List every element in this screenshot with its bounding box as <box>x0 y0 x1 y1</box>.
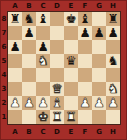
piece-white-bishop: ♝ <box>51 96 62 110</box>
square-a5[interactable] <box>8 54 22 68</box>
square-f7[interactable]: ♟ <box>78 26 92 40</box>
file-label-b: B <box>22 0 36 12</box>
square-c5[interactable]: ♞ <box>36 54 50 68</box>
rank-label-3: 3 <box>0 82 8 96</box>
piece-white-pawn: ♟ <box>9 96 20 110</box>
square-a7[interactable] <box>8 26 22 40</box>
square-d8[interactable] <box>50 12 64 26</box>
square-e1[interactable]: ♜ <box>64 110 78 124</box>
square-a1[interactable] <box>8 110 22 124</box>
piece-black-pawn: ♟ <box>93 26 104 40</box>
file-labels-bottom: ABCDEFGH <box>8 126 120 138</box>
square-a2[interactable]: ♟ <box>8 96 22 110</box>
square-d1[interactable]: ♜ <box>50 110 64 124</box>
piece-black-pawn: ♟ <box>23 26 34 40</box>
square-b6[interactable] <box>22 40 36 54</box>
square-e5[interactable]: ♛ <box>64 54 78 68</box>
file-label-c: C <box>36 0 50 12</box>
square-f8[interactable]: ♝ <box>78 12 92 26</box>
file-label-e: E <box>64 126 78 138</box>
piece-black-queen: ♛ <box>65 54 76 68</box>
square-b5[interactable] <box>22 54 36 68</box>
square-d6[interactable] <box>50 40 64 54</box>
square-b4[interactable] <box>22 68 36 82</box>
rank-label-6: 6 <box>0 40 8 54</box>
rank-label-5: 5 <box>0 54 8 68</box>
rank-label-2: 2 <box>0 96 8 110</box>
piece-black-pawn: ♟ <box>79 26 90 40</box>
square-f1[interactable] <box>78 110 92 124</box>
file-label-g: G <box>92 126 106 138</box>
file-label-d: D <box>50 126 64 138</box>
square-a8[interactable]: ♜ <box>8 12 22 26</box>
square-h4[interactable] <box>106 68 120 82</box>
piece-white-pawn: ♟ <box>93 96 104 110</box>
chess-board-frame: ABCDEFGH 87654321 ♜♞♝♚♝♜♟♟♟♟♟♟♞♛♞♛♞♟♟♟♝♟… <box>0 0 127 140</box>
square-c3[interactable] <box>36 82 50 96</box>
file-label-b: B <box>22 126 36 138</box>
piece-white-knight: ♞ <box>37 54 48 68</box>
piece-black-knight: ♞ <box>107 54 118 68</box>
piece-black-pawn: ♟ <box>37 40 48 54</box>
piece-white-pawn: ♟ <box>37 96 48 110</box>
square-c8[interactable]: ♝ <box>36 12 50 26</box>
file-label-f: F <box>78 0 92 12</box>
square-b3[interactable] <box>22 82 36 96</box>
piece-black-rook: ♜ <box>107 12 118 26</box>
square-b7[interactable]: ♟ <box>22 26 36 40</box>
square-h7[interactable]: ♟ <box>106 26 120 40</box>
square-a3[interactable] <box>8 82 22 96</box>
piece-white-pawn: ♟ <box>107 96 118 110</box>
piece-white-king: ♚ <box>37 110 48 124</box>
file-label-h: H <box>106 0 120 12</box>
square-b1[interactable] <box>22 110 36 124</box>
piece-white-pawn: ♟ <box>23 96 34 110</box>
piece-white-queen: ♛ <box>51 82 62 96</box>
square-h3[interactable]: ♞ <box>106 82 120 96</box>
square-g7[interactable]: ♟ <box>92 26 106 40</box>
square-f6[interactable] <box>78 40 92 54</box>
square-h2[interactable]: ♟ <box>106 96 120 110</box>
square-f2[interactable]: ♟ <box>78 96 92 110</box>
square-h6[interactable] <box>106 40 120 54</box>
square-a4[interactable] <box>8 68 22 82</box>
square-f3[interactable] <box>78 82 92 96</box>
square-d7[interactable] <box>50 26 64 40</box>
piece-black-bishop: ♝ <box>79 12 90 26</box>
square-d4[interactable] <box>50 68 64 82</box>
piece-black-pawn: ♟ <box>9 40 20 54</box>
file-label-a: A <box>8 126 22 138</box>
square-g4[interactable] <box>92 68 106 82</box>
square-e3[interactable] <box>64 82 78 96</box>
square-d3[interactable]: ♛ <box>50 82 64 96</box>
piece-black-pawn: ♟ <box>107 26 118 40</box>
file-label-h: H <box>106 126 120 138</box>
square-g8[interactable] <box>92 12 106 26</box>
square-c6[interactable]: ♟ <box>36 40 50 54</box>
square-e2[interactable] <box>64 96 78 110</box>
rank-label-4: 4 <box>0 68 8 82</box>
chess-board: ♜♞♝♚♝♜♟♟♟♟♟♟♞♛♞♛♞♟♟♟♝♟♟♟♚♜♜ <box>8 12 120 124</box>
square-d2[interactable]: ♝ <box>50 96 64 110</box>
square-c1[interactable]: ♚ <box>36 110 50 124</box>
rank-label-1: 1 <box>0 110 8 124</box>
square-g6[interactable] <box>92 40 106 54</box>
file-labels-top: ABCDEFGH <box>8 0 120 12</box>
file-label-c: C <box>36 126 50 138</box>
square-h1[interactable] <box>106 110 120 124</box>
piece-black-rook: ♜ <box>9 12 20 26</box>
square-e8[interactable]: ♚ <box>64 12 78 26</box>
square-d5[interactable] <box>50 54 64 68</box>
file-label-g: G <box>92 0 106 12</box>
rank-label-8: 8 <box>0 12 8 26</box>
piece-white-knight: ♞ <box>107 82 118 96</box>
piece-black-knight: ♞ <box>23 12 34 26</box>
file-label-f: F <box>78 126 92 138</box>
piece-black-king: ♚ <box>65 12 76 26</box>
square-g1[interactable] <box>92 110 106 124</box>
square-c7[interactable] <box>36 26 50 40</box>
square-a6[interactable]: ♟ <box>8 40 22 54</box>
square-g3[interactable] <box>92 82 106 96</box>
square-h5[interactable]: ♞ <box>106 54 120 68</box>
rank-label-7: 7 <box>0 26 8 40</box>
piece-black-bishop: ♝ <box>37 12 48 26</box>
piece-white-pawn: ♟ <box>79 96 90 110</box>
rank-labels-left: 87654321 <box>0 12 8 124</box>
square-h8[interactable]: ♜ <box>106 12 120 26</box>
square-g5[interactable] <box>92 54 106 68</box>
piece-white-rook: ♜ <box>65 110 76 124</box>
square-e4[interactable] <box>64 68 78 82</box>
square-c4[interactable] <box>36 68 50 82</box>
square-b2[interactable]: ♟ <box>22 96 36 110</box>
square-f4[interactable] <box>78 68 92 82</box>
square-c2[interactable]: ♟ <box>36 96 50 110</box>
square-e7[interactable] <box>64 26 78 40</box>
file-label-e: E <box>64 0 78 12</box>
square-f5[interactable] <box>78 54 92 68</box>
square-g2[interactable]: ♟ <box>92 96 106 110</box>
file-label-d: D <box>50 0 64 12</box>
square-e6[interactable] <box>64 40 78 54</box>
file-label-a: A <box>8 0 22 12</box>
square-b8[interactable]: ♞ <box>22 12 36 26</box>
piece-white-rook: ♜ <box>51 110 62 124</box>
